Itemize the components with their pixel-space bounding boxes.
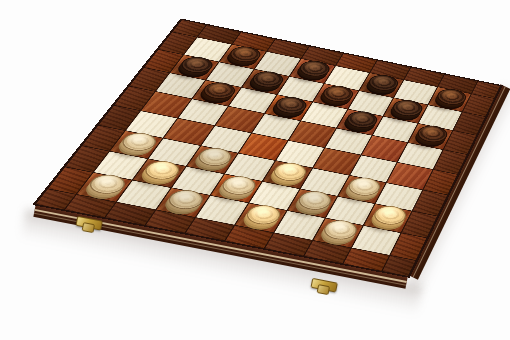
light-piece[interactable] [218,174,260,198]
product-photo [0,0,510,340]
light-piece[interactable] [370,203,410,227]
dark-piece[interactable] [199,80,239,101]
light-piece[interactable] [164,188,208,212]
light-piece[interactable] [140,159,184,182]
dark-piece[interactable] [177,55,217,76]
light-piece[interactable] [85,172,130,196]
light-piece[interactable] [270,160,311,183]
clasp-catch [82,222,95,233]
light-piece[interactable] [320,218,361,242]
dark-piece[interactable] [414,123,451,144]
dark-piece[interactable] [271,95,310,116]
light-piece[interactable] [294,189,335,213]
brass-clasp-right [310,278,336,294]
dark-piece[interactable] [226,44,265,64]
light-piece[interactable] [194,145,236,168]
dark-piece[interactable] [319,83,357,104]
dark-piece[interactable] [389,98,425,119]
dark-piece[interactable] [434,87,469,107]
dark-piece[interactable] [296,59,333,79]
light-piece[interactable] [242,203,285,227]
clasp-catch [317,284,330,295]
dark-piece[interactable] [248,69,287,90]
light-piece[interactable] [345,175,384,198]
dark-piece[interactable] [365,73,401,93]
light-piece[interactable] [117,130,160,153]
dark-piece[interactable] [343,109,381,130]
